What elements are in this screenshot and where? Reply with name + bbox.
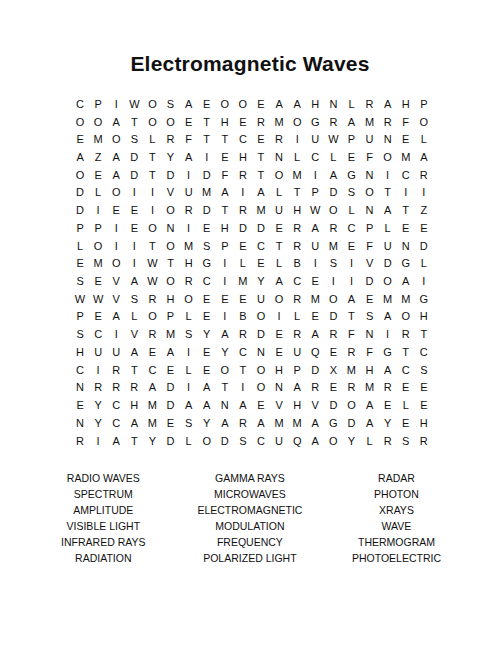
grid-cell-r20-c3[interactable]: A [107, 432, 125, 450]
grid-cell-r3-c2[interactable]: M [89, 130, 107, 148]
grid-cell-r7-c17[interactable]: N [361, 201, 379, 219]
grid-cell-r10-c9[interactable]: I [216, 254, 234, 272]
grid-cell-r9-c11[interactable]: C [252, 237, 270, 255]
grid-cell-r13-c18[interactable]: A [379, 308, 397, 326]
grid-cell-r5-c3[interactable]: A [107, 166, 125, 184]
grid-cell-r13-c12[interactable]: I [270, 308, 288, 326]
grid-cell-r19-c18[interactable]: Y [379, 414, 397, 432]
grid-cell-r13-c13[interactable]: L [288, 308, 306, 326]
grid-cell-r20-c14[interactable]: A [306, 432, 324, 450]
grid-cell-r1-c20[interactable]: P [415, 95, 433, 113]
grid-cell-r16-c9[interactable]: O [216, 361, 234, 379]
grid-cell-r2-c5[interactable]: O [143, 113, 161, 131]
grid-cell-r13-c2[interactable]: E [89, 308, 107, 326]
grid-cell-r15-c9[interactable]: Y [216, 343, 234, 361]
grid-cell-r5-c4[interactable]: D [125, 166, 143, 184]
grid-cell-r20-c11[interactable]: C [252, 432, 270, 450]
grid-cell-r13-c20[interactable]: H [415, 308, 433, 326]
grid-cell-r1-c14[interactable]: H [306, 95, 324, 113]
grid-cell-r17-c7[interactable]: I [180, 379, 198, 397]
grid-cell-r13-c17[interactable]: S [361, 308, 379, 326]
grid-cell-r12-c17[interactable]: E [361, 290, 379, 308]
grid-cell-r12-c14[interactable]: M [306, 290, 324, 308]
grid-cell-r5-c15[interactable]: A [324, 166, 342, 184]
grid-cell-r9-c1[interactable]: L [71, 237, 89, 255]
grid-cell-r9-c3[interactable]: I [107, 237, 125, 255]
grid-cell-r15-c7[interactable]: I [180, 343, 198, 361]
grid-cell-r11-c11[interactable]: Y [252, 272, 270, 290]
grid-cell-r11-c17[interactable]: D [361, 272, 379, 290]
grid-cell-r17-c11[interactable]: O [252, 379, 270, 397]
grid-cell-r9-c13[interactable]: R [288, 237, 306, 255]
grid-cell-r9-c2[interactable]: O [89, 237, 107, 255]
grid-cell-r18-c3[interactable]: C [107, 396, 125, 414]
grid-cell-r15-c14[interactable]: Q [306, 343, 324, 361]
grid-cell-r8-c7[interactable]: I [180, 219, 198, 237]
grid-cell-r3-c13[interactable]: I [288, 130, 306, 148]
grid-cell-r17-c18[interactable]: R [379, 379, 397, 397]
grid-cell-r5-c10[interactable]: R [234, 166, 252, 184]
grid-cell-r9-c9[interactable]: P [216, 237, 234, 255]
grid-cell-r8-c11[interactable]: D [252, 219, 270, 237]
grid-cell-r13-c15[interactable]: D [324, 308, 342, 326]
grid-cell-r11-c19[interactable]: A [397, 272, 415, 290]
grid-cell-r10-c2[interactable]: M [89, 254, 107, 272]
grid-cell-r11-c1[interactable]: S [71, 272, 89, 290]
grid-cell-r8-c10[interactable]: D [234, 219, 252, 237]
grid-cell-r10-c19[interactable]: G [397, 254, 415, 272]
grid-cell-r8-c3[interactable]: I [107, 219, 125, 237]
grid-cell-r9-c20[interactable]: D [415, 237, 433, 255]
grid-cell-r19-c17[interactable]: A [361, 414, 379, 432]
grid-cell-r3-c6[interactable]: R [161, 130, 179, 148]
grid-cell-r14-c2[interactable]: C [89, 325, 107, 343]
grid-cell-r14-c7[interactable]: S [180, 325, 198, 343]
grid-cell-r5-c17[interactable]: N [361, 166, 379, 184]
grid-cell-r17-c3[interactable]: R [107, 379, 125, 397]
grid-cell-r16-c19[interactable]: C [397, 361, 415, 379]
grid-cell-r15-c12[interactable]: E [270, 343, 288, 361]
grid-cell-r8-c13[interactable]: R [288, 219, 306, 237]
grid-cell-r1-c19[interactable]: H [397, 95, 415, 113]
grid-cell-r18-c20[interactable]: E [415, 396, 433, 414]
grid-cell-r8-c5[interactable]: O [143, 219, 161, 237]
grid-cell-r9-c10[interactable]: E [234, 237, 252, 255]
grid-cell-r7-c16[interactable]: L [342, 201, 360, 219]
grid-cell-r10-c14[interactable]: I [306, 254, 324, 272]
grid-cell-r7-c1[interactable]: D [71, 201, 89, 219]
grid-cell-r19-c14[interactable]: A [306, 414, 324, 432]
grid-cell-r1-c10[interactable]: O [234, 95, 252, 113]
grid-cell-r19-c2[interactable]: Y [89, 414, 107, 432]
grid-cell-r5-c18[interactable]: I [379, 166, 397, 184]
grid-cell-r4-c10[interactable]: H [234, 148, 252, 166]
grid-cell-r12-c9[interactable]: E [216, 290, 234, 308]
grid-cell-r1-c18[interactable]: A [379, 95, 397, 113]
grid-cell-r17-c6[interactable]: D [161, 379, 179, 397]
grid-cell-r8-c16[interactable]: C [342, 219, 360, 237]
grid-cell-r19-c6[interactable]: E [161, 414, 179, 432]
grid-cell-r6-c16[interactable]: S [342, 184, 360, 202]
grid-cell-r10-c12[interactable]: L [270, 254, 288, 272]
grid-cell-r5-c8[interactable]: D [198, 166, 216, 184]
grid-cell-r18-c9[interactable]: N [216, 396, 234, 414]
grid-cell-r9-c15[interactable]: M [324, 237, 342, 255]
grid-cell-r18-c1[interactable]: E [71, 396, 89, 414]
grid-cell-r5-c5[interactable]: T [143, 166, 161, 184]
grid-cell-r19-c7[interactable]: S [180, 414, 198, 432]
grid-cell-r14-c18[interactable]: I [379, 325, 397, 343]
grid-cell-r9-c14[interactable]: U [306, 237, 324, 255]
grid-cell-r5-c12[interactable]: O [270, 166, 288, 184]
grid-cell-r17-c19[interactable]: E [397, 379, 415, 397]
grid-cell-r13-c1[interactable]: P [71, 308, 89, 326]
grid-cell-r12-c5[interactable]: R [143, 290, 161, 308]
grid-cell-r19-c8[interactable]: Y [198, 414, 216, 432]
grid-cell-r9-c5[interactable]: T [143, 237, 161, 255]
grid-cell-r18-c18[interactable]: E [379, 396, 397, 414]
grid-cell-r10-c7[interactable]: H [180, 254, 198, 272]
grid-cell-r10-c16[interactable]: I [342, 254, 360, 272]
grid-cell-r7-c20[interactable]: Z [415, 201, 433, 219]
grid-cell-r10-c15[interactable]: S [324, 254, 342, 272]
grid-cell-r8-c12[interactable]: E [270, 219, 288, 237]
grid-cell-r14-c3[interactable]: I [107, 325, 125, 343]
grid-cell-r6-c9[interactable]: A [216, 184, 234, 202]
grid-cell-r11-c18[interactable]: O [379, 272, 397, 290]
grid-cell-r2-c19[interactable]: F [397, 113, 415, 131]
grid-cell-r4-c13[interactable]: L [288, 148, 306, 166]
grid-cell-r9-c12[interactable]: T [270, 237, 288, 255]
grid-cell-r19-c5[interactable]: M [143, 414, 161, 432]
grid-cell-r14-c4[interactable]: V [125, 325, 143, 343]
grid-cell-r5-c2[interactable]: E [89, 166, 107, 184]
grid-cell-r13-c6[interactable]: P [161, 308, 179, 326]
grid-cell-r1-c12[interactable]: A [270, 95, 288, 113]
grid-cell-r12-c7[interactable]: O [180, 290, 198, 308]
grid-cell-r4-c17[interactable]: F [361, 148, 379, 166]
grid-cell-r14-c12[interactable]: E [270, 325, 288, 343]
grid-cell-r17-c17[interactable]: M [361, 379, 379, 397]
grid-cell-r3-c15[interactable]: W [324, 130, 342, 148]
grid-cell-r6-c2[interactable]: L [89, 184, 107, 202]
grid-cell-r14-c13[interactable]: R [288, 325, 306, 343]
grid-cell-r14-c6[interactable]: M [161, 325, 179, 343]
grid-cell-r4-c15[interactable]: L [324, 148, 342, 166]
grid-cell-r13-c5[interactable]: O [143, 308, 161, 326]
grid-cell-r7-c2[interactable]: I [89, 201, 107, 219]
grid-cell-r11-c16[interactable]: I [342, 272, 360, 290]
grid-cell-r6-c3[interactable]: O [107, 184, 125, 202]
grid-cell-r19-c11[interactable]: A [252, 414, 270, 432]
grid-cell-r3-c20[interactable]: L [415, 130, 433, 148]
grid-cell-r19-c15[interactable]: G [324, 414, 342, 432]
grid-cell-r6-c8[interactable]: M [198, 184, 216, 202]
grid-cell-r7-c12[interactable]: U [270, 201, 288, 219]
grid-cell-r17-c13[interactable]: A [288, 379, 306, 397]
grid-cell-r20-c2[interactable]: I [89, 432, 107, 450]
grid-cell-r1-c6[interactable]: S [161, 95, 179, 113]
grid-cell-r18-c11[interactable]: E [252, 396, 270, 414]
grid-cell-r9-c8[interactable]: S [198, 237, 216, 255]
grid-cell-r17-c9[interactable]: T [216, 379, 234, 397]
grid-cell-r7-c15[interactable]: O [324, 201, 342, 219]
grid-cell-r2-c15[interactable]: R [324, 113, 342, 131]
grid-cell-r11-c4[interactable]: A [125, 272, 143, 290]
grid-cell-r6-c13[interactable]: T [288, 184, 306, 202]
grid-cell-r11-c10[interactable]: M [234, 272, 252, 290]
grid-cell-r3-c12[interactable]: R [270, 130, 288, 148]
grid-cell-r3-c7[interactable]: F [180, 130, 198, 148]
grid-cell-r6-c6[interactable]: V [161, 184, 179, 202]
grid-cell-r8-c18[interactable]: L [379, 219, 397, 237]
grid-cell-r4-c1[interactable]: A [71, 148, 89, 166]
grid-cell-r15-c15[interactable]: E [324, 343, 342, 361]
grid-cell-r15-c18[interactable]: G [379, 343, 397, 361]
grid-cell-r7-c4[interactable]: E [125, 201, 143, 219]
grid-cell-r19-c4[interactable]: A [125, 414, 143, 432]
grid-cell-r16-c17[interactable]: H [361, 361, 379, 379]
grid-cell-r5-c16[interactable]: G [342, 166, 360, 184]
grid-cell-r4-c19[interactable]: M [397, 148, 415, 166]
grid-cell-r10-c10[interactable]: L [234, 254, 252, 272]
grid-cell-r17-c1[interactable]: N [71, 379, 89, 397]
grid-cell-r10-c6[interactable]: T [161, 254, 179, 272]
grid-cell-r12-c16[interactable]: A [342, 290, 360, 308]
grid-cell-r18-c8[interactable]: A [198, 396, 216, 414]
grid-cell-r17-c10[interactable]: I [234, 379, 252, 397]
grid-cell-r20-c17[interactable]: L [361, 432, 379, 450]
grid-cell-r7-c11[interactable]: M [252, 201, 270, 219]
grid-cell-r2-c14[interactable]: G [306, 113, 324, 131]
grid-cell-r19-c9[interactable]: A [216, 414, 234, 432]
grid-cell-r15-c4[interactable]: A [125, 343, 143, 361]
grid-cell-r7-c6[interactable]: O [161, 201, 179, 219]
grid-cell-r2-c9[interactable]: H [216, 113, 234, 131]
grid-cell-r17-c8[interactable]: A [198, 379, 216, 397]
grid-cell-r15-c8[interactable]: E [198, 343, 216, 361]
grid-cell-r4-c6[interactable]: Y [161, 148, 179, 166]
grid-cell-r8-c8[interactable]: E [198, 219, 216, 237]
grid-cell-r1-c3[interactable]: I [107, 95, 125, 113]
grid-cell-r20-c10[interactable]: S [234, 432, 252, 450]
grid-cell-r1-c5[interactable]: O [143, 95, 161, 113]
grid-cell-r10-c20[interactable]: L [415, 254, 433, 272]
grid-cell-r11-c2[interactable]: E [89, 272, 107, 290]
grid-cell-r4-c20[interactable]: A [415, 148, 433, 166]
grid-cell-r10-c8[interactable]: G [198, 254, 216, 272]
grid-cell-r13-c14[interactable]: E [306, 308, 324, 326]
grid-cell-r14-c10[interactable]: R [234, 325, 252, 343]
grid-cell-r4-c14[interactable]: C [306, 148, 324, 166]
grid-cell-r16-c5[interactable]: C [143, 361, 161, 379]
grid-cell-r18-c10[interactable]: A [234, 396, 252, 414]
grid-cell-r14-c15[interactable]: R [324, 325, 342, 343]
grid-cell-r4-c9[interactable]: E [216, 148, 234, 166]
grid-cell-r5-c7[interactable]: I [180, 166, 198, 184]
grid-cell-r16-c8[interactable]: E [198, 361, 216, 379]
grid-cell-r18-c15[interactable]: D [324, 396, 342, 414]
grid-cell-r12-c2[interactable]: W [89, 290, 107, 308]
grid-cell-r20-c4[interactable]: T [125, 432, 143, 450]
grid-cell-r8-c9[interactable]: H [216, 219, 234, 237]
grid-cell-r2-c16[interactable]: A [342, 113, 360, 131]
grid-cell-r13-c8[interactable]: E [198, 308, 216, 326]
grid-cell-r17-c4[interactable]: R [125, 379, 143, 397]
grid-cell-r17-c12[interactable]: N [270, 379, 288, 397]
grid-cell-r4-c8[interactable]: I [198, 148, 216, 166]
grid-cell-r3-c1[interactable]: E [71, 130, 89, 148]
grid-cell-r20-c5[interactable]: Y [143, 432, 161, 450]
grid-cell-r6-c5[interactable]: I [143, 184, 161, 202]
grid-cell-r8-c19[interactable]: E [397, 219, 415, 237]
grid-cell-r10-c5[interactable]: W [143, 254, 161, 272]
grid-cell-r7-c19[interactable]: T [397, 201, 415, 219]
grid-cell-r1-c9[interactable]: O [216, 95, 234, 113]
grid-cell-r20-c18[interactable]: R [379, 432, 397, 450]
grid-cell-r14-c8[interactable]: Y [198, 325, 216, 343]
grid-cell-r5-c14[interactable]: I [306, 166, 324, 184]
grid-cell-r7-c13[interactable]: H [288, 201, 306, 219]
grid-cell-r16-c3[interactable]: R [107, 361, 125, 379]
grid-cell-r16-c18[interactable]: A [379, 361, 397, 379]
grid-cell-r2-c13[interactable]: O [288, 113, 306, 131]
grid-cell-r16-c14[interactable]: D [306, 361, 324, 379]
grid-cell-r7-c8[interactable]: D [198, 201, 216, 219]
grid-cell-r11-c15[interactable]: I [324, 272, 342, 290]
grid-cell-r6-c7[interactable]: U [180, 184, 198, 202]
grid-cell-r18-c5[interactable]: M [143, 396, 161, 414]
grid-cell-r15-c6[interactable]: A [161, 343, 179, 361]
grid-cell-r20-c19[interactable]: S [397, 432, 415, 450]
grid-cell-r2-c1[interactable]: O [71, 113, 89, 131]
grid-cell-r11-c5[interactable]: W [143, 272, 161, 290]
grid-cell-r16-c1[interactable]: C [71, 361, 89, 379]
grid-cell-r1-c17[interactable]: R [361, 95, 379, 113]
grid-cell-r19-c10[interactable]: R [234, 414, 252, 432]
grid-cell-r4-c18[interactable]: O [379, 148, 397, 166]
grid-cell-r1-c1[interactable]: C [71, 95, 89, 113]
grid-cell-r5-c11[interactable]: T [252, 166, 270, 184]
grid-cell-r11-c14[interactable]: E [306, 272, 324, 290]
grid-cell-r1-c11[interactable]: E [252, 95, 270, 113]
grid-cell-r6-c1[interactable]: D [71, 184, 89, 202]
grid-cell-r10-c3[interactable]: O [107, 254, 125, 272]
grid-cell-r14-c19[interactable]: R [397, 325, 415, 343]
grid-cell-r17-c5[interactable]: A [143, 379, 161, 397]
grid-cell-r16-c20[interactable]: S [415, 361, 433, 379]
grid-cell-r6-c4[interactable]: I [125, 184, 143, 202]
grid-cell-r20-c6[interactable]: D [161, 432, 179, 450]
grid-cell-r3-c10[interactable]: C [234, 130, 252, 148]
grid-cell-r13-c3[interactable]: A [107, 308, 125, 326]
grid-cell-r1-c13[interactable]: A [288, 95, 306, 113]
grid-cell-r15-c10[interactable]: C [234, 343, 252, 361]
grid-cell-r6-c18[interactable]: T [379, 184, 397, 202]
grid-cell-r6-c20[interactable]: I [415, 184, 433, 202]
grid-cell-r19-c12[interactable]: M [270, 414, 288, 432]
grid-cell-r18-c2[interactable]: Y [89, 396, 107, 414]
grid-cell-r17-c2[interactable]: R [89, 379, 107, 397]
grid-cell-r7-c5[interactable]: I [143, 201, 161, 219]
grid-cell-r6-c11[interactable]: A [252, 184, 270, 202]
grid-cell-r16-c12[interactable]: H [270, 361, 288, 379]
grid-cell-r4-c11[interactable]: T [252, 148, 270, 166]
grid-cell-r9-c4[interactable]: I [125, 237, 143, 255]
grid-cell-r16-c2[interactable]: I [89, 361, 107, 379]
grid-cell-r18-c12[interactable]: V [270, 396, 288, 414]
grid-cell-r12-c15[interactable]: O [324, 290, 342, 308]
grid-cell-r20-c1[interactable]: R [71, 432, 89, 450]
grid-cell-r2-c20[interactable]: O [415, 113, 433, 131]
grid-cell-r16-c13[interactable]: P [288, 361, 306, 379]
grid-cell-r19-c3[interactable]: C [107, 414, 125, 432]
grid-cell-r15-c11[interactable]: N [252, 343, 270, 361]
grid-cell-r13-c16[interactable]: T [342, 308, 360, 326]
grid-cell-r3-c11[interactable]: E [252, 130, 270, 148]
grid-cell-r12-c3[interactable]: V [107, 290, 125, 308]
grid-cell-r15-c13[interactable]: U [288, 343, 306, 361]
grid-cell-r18-c14[interactable]: V [306, 396, 324, 414]
grid-cell-r16-c11[interactable]: O [252, 361, 270, 379]
grid-cell-r19-c1[interactable]: N [71, 414, 89, 432]
grid-cell-r14-c5[interactable]: R [143, 325, 161, 343]
grid-cell-r9-c7[interactable]: M [180, 237, 198, 255]
grid-cell-r2-c3[interactable]: A [107, 113, 125, 131]
grid-cell-r12-c4[interactable]: S [125, 290, 143, 308]
grid-cell-r5-c6[interactable]: D [161, 166, 179, 184]
grid-cell-r12-c13[interactable]: R [288, 290, 306, 308]
grid-cell-r2-c4[interactable]: T [125, 113, 143, 131]
grid-cell-r13-c7[interactable]: L [180, 308, 198, 326]
grid-cell-r16-c6[interactable]: E [161, 361, 179, 379]
grid-cell-r12-c12[interactable]: O [270, 290, 288, 308]
grid-cell-r20-c13[interactable]: Q [288, 432, 306, 450]
grid-cell-r3-c18[interactable]: N [379, 130, 397, 148]
grid-cell-r14-c14[interactable]: A [306, 325, 324, 343]
grid-cell-r16-c10[interactable]: T [234, 361, 252, 379]
grid-cell-r20-c7[interactable]: L [180, 432, 198, 450]
grid-cell-r15-c20[interactable]: C [415, 343, 433, 361]
grid-cell-r3-c5[interactable]: L [143, 130, 161, 148]
grid-cell-r7-c9[interactable]: T [216, 201, 234, 219]
grid-cell-r5-c1[interactable]: O [71, 166, 89, 184]
grid-cell-r11-c20[interactable]: I [415, 272, 433, 290]
grid-cell-r8-c14[interactable]: A [306, 219, 324, 237]
grid-cell-r3-c16[interactable]: P [342, 130, 360, 148]
grid-cell-r7-c3[interactable]: E [107, 201, 125, 219]
grid-cell-r17-c15[interactable]: E [324, 379, 342, 397]
grid-cell-r12-c18[interactable]: M [379, 290, 397, 308]
grid-cell-r11-c6[interactable]: O [161, 272, 179, 290]
grid-cell-r11-c8[interactable]: C [198, 272, 216, 290]
grid-cell-r18-c19[interactable]: L [397, 396, 415, 414]
grid-cell-r13-c4[interactable]: L [125, 308, 143, 326]
grid-cell-r19-c16[interactable]: D [342, 414, 360, 432]
grid-cell-r5-c20[interactable]: R [415, 166, 433, 184]
grid-cell-r10-c4[interactable]: I [125, 254, 143, 272]
grid-cell-r15-c19[interactable]: T [397, 343, 415, 361]
grid-cell-r13-c11[interactable]: O [252, 308, 270, 326]
grid-cell-r18-c16[interactable]: O [342, 396, 360, 414]
grid-cell-r19-c13[interactable]: M [288, 414, 306, 432]
grid-cell-r6-c17[interactable]: O [361, 184, 379, 202]
grid-cell-r18-c4[interactable]: H [125, 396, 143, 414]
grid-cell-r14-c11[interactable]: D [252, 325, 270, 343]
grid-cell-r9-c17[interactable]: F [361, 237, 379, 255]
grid-cell-r5-c13[interactable]: M [288, 166, 306, 184]
grid-cell-r1-c7[interactable]: A [180, 95, 198, 113]
